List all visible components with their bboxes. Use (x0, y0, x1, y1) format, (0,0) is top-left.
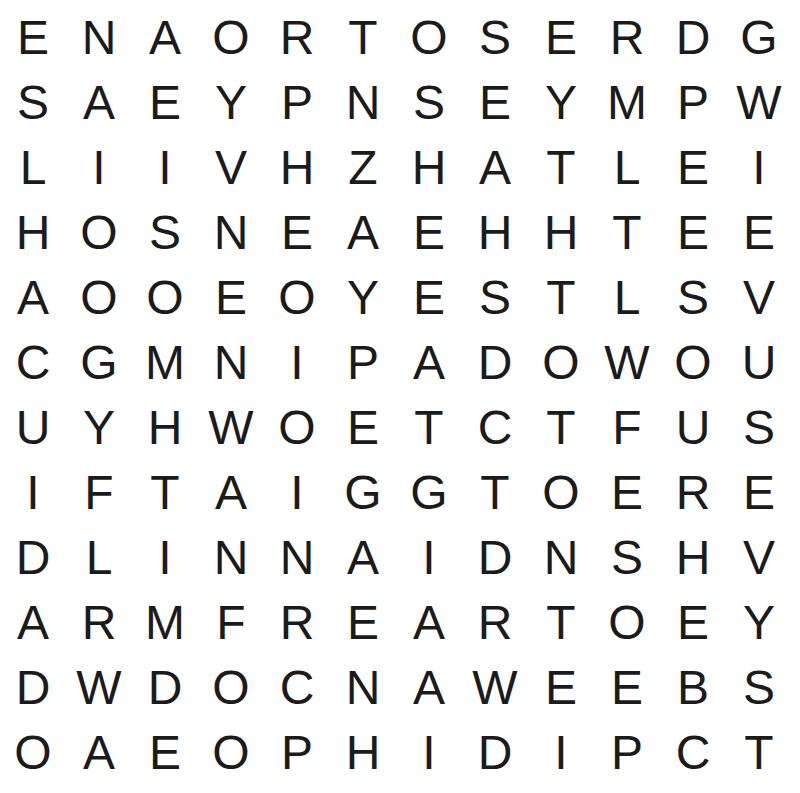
grid-cell[interactable]: R (264, 590, 330, 655)
grid-cell[interactable]: E (528, 655, 594, 720)
grid-cell[interactable]: A (0, 590, 66, 655)
grid-cell[interactable]: R (462, 590, 528, 655)
grid-cell[interactable]: G (330, 460, 396, 525)
grid-cell[interactable]: P (594, 720, 660, 785)
grid-cell[interactable]: E (726, 200, 792, 265)
grid-cell[interactable]: N (330, 655, 396, 720)
grid-cell[interactable]: N (264, 525, 330, 590)
grid-cell[interactable]: W (198, 395, 264, 460)
grid-cell[interactable]: H (0, 200, 66, 265)
grid-cell[interactable]: I (264, 330, 330, 395)
grid-cell[interactable]: T (132, 460, 198, 525)
grid-cell[interactable]: H (264, 135, 330, 200)
grid-cell[interactable]: A (396, 330, 462, 395)
grid-cell[interactable]: W (462, 655, 528, 720)
grid-cell[interactable]: V (198, 135, 264, 200)
grid-cell[interactable]: S (462, 5, 528, 70)
grid-cell[interactable]: O (66, 265, 132, 330)
grid-cell[interactable]: M (594, 70, 660, 135)
grid-cell[interactable]: I (726, 135, 792, 200)
grid-cell[interactable]: N (198, 200, 264, 265)
grid-cell[interactable]: C (462, 395, 528, 460)
grid-cell[interactable]: E (660, 135, 726, 200)
grid-cell[interactable]: F (198, 590, 264, 655)
grid-cell[interactable]: M (132, 330, 198, 395)
grid-cell[interactable]: I (132, 135, 198, 200)
grid-cell[interactable]: E (330, 395, 396, 460)
grid-cell[interactable]: O (132, 265, 198, 330)
grid-cell[interactable]: Y (66, 395, 132, 460)
grid-cell[interactable]: Y (198, 70, 264, 135)
grid-cell[interactable]: S (0, 70, 66, 135)
grid-cell[interactable]: E (0, 5, 66, 70)
grid-cell[interactable]: Y (528, 70, 594, 135)
grid-cell[interactable]: H (462, 200, 528, 265)
grid-cell[interactable]: I (528, 720, 594, 785)
grid-cell[interactable]: T (330, 5, 396, 70)
grid-cell[interactable]: D (132, 655, 198, 720)
grid-cell[interactable]: G (66, 330, 132, 395)
grid-cell[interactable]: H (660, 525, 726, 590)
grid-cell[interactable]: E (132, 70, 198, 135)
grid-cell[interactable]: U (726, 330, 792, 395)
grid-cell[interactable]: D (660, 5, 726, 70)
grid-cell[interactable]: C (660, 720, 726, 785)
grid-cell[interactable]: E (594, 460, 660, 525)
grid-cell[interactable]: N (66, 5, 132, 70)
grid-cell[interactable]: D (462, 525, 528, 590)
grid-cell[interactable]: V (726, 265, 792, 330)
grid-cell[interactable]: I (66, 135, 132, 200)
grid-cell[interactable]: P (264, 720, 330, 785)
grid-cell[interactable]: N (198, 525, 264, 590)
grid-cell[interactable]: O (528, 460, 594, 525)
grid-cell[interactable]: A (0, 265, 66, 330)
grid-cell[interactable]: A (132, 5, 198, 70)
grid-cell[interactable]: D (0, 525, 66, 590)
grid-cell[interactable]: I (0, 460, 66, 525)
grid-cell[interactable]: H (330, 720, 396, 785)
grid-cell[interactable]: W (594, 330, 660, 395)
grid-cell[interactable]: N (198, 330, 264, 395)
grid-cell[interactable]: T (528, 265, 594, 330)
grid-cell[interactable]: O (264, 265, 330, 330)
grid-cell[interactable]: F (66, 460, 132, 525)
grid-cell[interactable]: S (660, 265, 726, 330)
grid-cell[interactable]: N (330, 70, 396, 135)
grid-cell[interactable]: Y (330, 265, 396, 330)
grid-cell[interactable]: S (726, 395, 792, 460)
grid-cell[interactable]: L (594, 265, 660, 330)
grid-cell[interactable]: E (396, 200, 462, 265)
grid-cell[interactable]: I (396, 525, 462, 590)
grid-cell[interactable]: A (396, 590, 462, 655)
grid-cell[interactable]: C (264, 655, 330, 720)
grid-cell[interactable]: D (0, 655, 66, 720)
grid-cell[interactable]: E (198, 265, 264, 330)
grid-cell[interactable]: T (726, 720, 792, 785)
grid-cell[interactable]: S (594, 525, 660, 590)
grid-cell[interactable]: A (330, 200, 396, 265)
grid-cell[interactable]: H (132, 395, 198, 460)
grid-cell[interactable]: P (330, 330, 396, 395)
grid-cell[interactable]: S (396, 70, 462, 135)
grid-cell[interactable]: C (0, 330, 66, 395)
grid-cell[interactable]: T (396, 395, 462, 460)
grid-cell[interactable]: E (660, 590, 726, 655)
grid-cell[interactable]: P (264, 70, 330, 135)
grid-cell[interactable]: R (660, 460, 726, 525)
grid-cell[interactable]: V (726, 525, 792, 590)
grid-cell[interactable]: U (660, 395, 726, 460)
grid-cell[interactable]: E (462, 70, 528, 135)
grid-cell[interactable]: F (594, 395, 660, 460)
grid-cell[interactable]: O (66, 200, 132, 265)
grid-cell[interactable]: T (528, 395, 594, 460)
grid-cell[interactable]: A (330, 525, 396, 590)
grid-cell[interactable]: A (462, 135, 528, 200)
grid-cell[interactable]: I (132, 525, 198, 590)
grid-cell[interactable]: T (594, 200, 660, 265)
grid-cell[interactable]: I (264, 460, 330, 525)
grid-cell[interactable]: O (264, 395, 330, 460)
grid-cell[interactable]: O (594, 590, 660, 655)
grid-cell[interactable]: O (198, 5, 264, 70)
grid-cell[interactable]: O (396, 5, 462, 70)
grid-cell[interactable]: H (528, 200, 594, 265)
grid-cell[interactable]: E (132, 720, 198, 785)
grid-cell[interactable]: G (726, 5, 792, 70)
grid-cell[interactable]: U (0, 395, 66, 460)
grid-cell[interactable]: L (0, 135, 66, 200)
grid-cell[interactable]: E (726, 460, 792, 525)
grid-cell[interactable]: S (462, 265, 528, 330)
grid-cell[interactable]: P (660, 70, 726, 135)
grid-cell[interactable]: M (132, 590, 198, 655)
grid-cell[interactable]: S (726, 655, 792, 720)
grid-cell[interactable]: W (726, 70, 792, 135)
grid-cell[interactable]: S (132, 200, 198, 265)
grid-cell[interactable]: E (594, 655, 660, 720)
grid-cell[interactable]: N (528, 525, 594, 590)
grid-cell[interactable]: E (528, 5, 594, 70)
grid-cell[interactable]: T (462, 460, 528, 525)
grid-cell[interactable]: L (66, 525, 132, 590)
grid-cell[interactable]: A (66, 720, 132, 785)
grid-cell[interactable]: E (396, 265, 462, 330)
grid-cell[interactable]: Z (330, 135, 396, 200)
grid-cell[interactable]: L (594, 135, 660, 200)
grid-cell[interactable]: B (660, 655, 726, 720)
grid-cell[interactable]: A (396, 655, 462, 720)
grid-cell[interactable]: R (66, 590, 132, 655)
grid-cell[interactable]: A (198, 460, 264, 525)
grid-cell[interactable]: Y (726, 590, 792, 655)
grid-cell[interactable]: I (396, 720, 462, 785)
grid-cell[interactable]: O (198, 720, 264, 785)
grid-cell[interactable]: E (660, 200, 726, 265)
grid-cell[interactable]: O (660, 330, 726, 395)
grid-cell[interactable]: O (0, 720, 66, 785)
grid-cell[interactable]: R (264, 5, 330, 70)
grid-cell[interactable]: T (528, 590, 594, 655)
grid-cell[interactable]: A (66, 70, 132, 135)
grid-cell[interactable]: O (528, 330, 594, 395)
word-search-board: ENAORTOSERDGSAEYPNSEYMPWLIIVHZHATLEIHOSN… (0, 0, 800, 793)
grid-cell[interactable]: H (396, 135, 462, 200)
grid-cell[interactable]: G (396, 460, 462, 525)
grid-cell[interactable]: T (528, 135, 594, 200)
grid-cell[interactable]: E (264, 200, 330, 265)
grid-cell[interactable]: D (462, 330, 528, 395)
grid-cell[interactable]: E (330, 590, 396, 655)
grid-cell[interactable]: D (462, 720, 528, 785)
grid-cell[interactable]: R (594, 5, 660, 70)
grid-cell[interactable]: O (198, 655, 264, 720)
grid-cell[interactable]: W (66, 655, 132, 720)
